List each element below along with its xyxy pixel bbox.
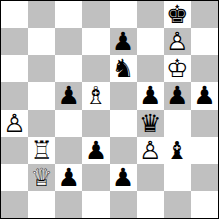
- square-e7[interactable]: ♟: [110, 28, 137, 55]
- piece-black-bishop: ♝: [166, 138, 188, 163]
- square-e2[interactable]: ♟: [110, 164, 137, 191]
- piece-white-king: ♚♔: [166, 56, 188, 81]
- square-c4[interactable]: [55, 110, 82, 137]
- square-h6[interactable]: [191, 55, 218, 82]
- square-e1[interactable]: [110, 191, 137, 218]
- piece-black-pawn: ♟: [58, 83, 80, 108]
- square-e8[interactable]: [110, 1, 137, 28]
- square-g2[interactable]: [164, 164, 191, 191]
- square-e3[interactable]: [110, 137, 137, 164]
- square-d6[interactable]: [82, 55, 109, 82]
- square-a7[interactable]: [1, 28, 28, 55]
- square-c6[interactable]: [55, 55, 82, 82]
- square-h1[interactable]: [191, 191, 218, 218]
- square-d4[interactable]: [82, 110, 109, 137]
- square-f1[interactable]: [137, 191, 164, 218]
- piece-black-king: ♚: [166, 2, 188, 27]
- square-h8[interactable]: [191, 1, 218, 28]
- piece-black-pawn: ♟: [85, 138, 107, 163]
- square-b2[interactable]: ♛♕: [28, 164, 55, 191]
- square-g5[interactable]: ♟: [164, 82, 191, 109]
- square-f5[interactable]: ♟: [137, 82, 164, 109]
- square-a6[interactable]: [1, 55, 28, 82]
- square-h4[interactable]: [191, 110, 218, 137]
- square-d2[interactable]: [82, 164, 109, 191]
- chess-board: ♚♟♟♙♞♚♔♟♝♗♟♟♟♟♙♛♜♖♟♟♙♝♛♕♟♟: [0, 0, 219, 219]
- square-e6[interactable]: ♞: [110, 55, 137, 82]
- square-b6[interactable]: [28, 55, 55, 82]
- square-b4[interactable]: [28, 110, 55, 137]
- square-f6[interactable]: [137, 55, 164, 82]
- square-h3[interactable]: [191, 137, 218, 164]
- piece-black-pawn: ♟: [112, 165, 134, 190]
- piece-white-rook: ♜♖: [30, 138, 52, 163]
- square-d8[interactable]: [82, 1, 109, 28]
- square-c8[interactable]: [55, 1, 82, 28]
- square-b5[interactable]: [28, 82, 55, 109]
- square-c3[interactable]: [55, 137, 82, 164]
- square-f8[interactable]: [137, 1, 164, 28]
- square-f7[interactable]: [137, 28, 164, 55]
- piece-white-pawn: ♟♙: [166, 29, 188, 54]
- square-g7[interactable]: ♟♙: [164, 28, 191, 55]
- square-c1[interactable]: [55, 191, 82, 218]
- square-g6[interactable]: ♚♔: [164, 55, 191, 82]
- square-b8[interactable]: [28, 1, 55, 28]
- square-c5[interactable]: ♟: [55, 82, 82, 109]
- square-a5[interactable]: [1, 82, 28, 109]
- piece-black-pawn: ♟: [58, 165, 80, 190]
- square-d5[interactable]: ♝♗: [82, 82, 109, 109]
- square-h7[interactable]: [191, 28, 218, 55]
- square-g4[interactable]: [164, 110, 191, 137]
- square-a3[interactable]: [1, 137, 28, 164]
- square-g1[interactable]: [164, 191, 191, 218]
- piece-black-pawn: ♟: [112, 29, 134, 54]
- square-g8[interactable]: ♚: [164, 1, 191, 28]
- square-d7[interactable]: [82, 28, 109, 55]
- square-a1[interactable]: [1, 191, 28, 218]
- piece-white-queen: ♛♕: [30, 165, 52, 190]
- square-f2[interactable]: [137, 164, 164, 191]
- square-h5[interactable]: ♟: [191, 82, 218, 109]
- square-a4[interactable]: ♟♙: [1, 110, 28, 137]
- square-d1[interactable]: [82, 191, 109, 218]
- square-c2[interactable]: ♟: [55, 164, 82, 191]
- square-f4[interactable]: ♛: [137, 110, 164, 137]
- piece-black-pawn: ♟: [166, 83, 188, 108]
- square-b7[interactable]: [28, 28, 55, 55]
- piece-black-queen: ♛: [139, 111, 161, 136]
- square-h2[interactable]: [191, 164, 218, 191]
- square-a8[interactable]: [1, 1, 28, 28]
- square-e5[interactable]: [110, 82, 137, 109]
- square-d3[interactable]: ♟: [82, 137, 109, 164]
- piece-black-pawn: ♟: [139, 83, 161, 108]
- piece-black-knight: ♞: [112, 56, 134, 81]
- square-g3[interactable]: ♝: [164, 137, 191, 164]
- piece-black-pawn: ♟: [193, 83, 215, 108]
- square-c7[interactable]: [55, 28, 82, 55]
- square-e4[interactable]: [110, 110, 137, 137]
- piece-white-pawn: ♟♙: [139, 138, 161, 163]
- square-f3[interactable]: ♟♙: [137, 137, 164, 164]
- square-b3[interactable]: ♜♖: [28, 137, 55, 164]
- square-b1[interactable]: [28, 191, 55, 218]
- piece-white-bishop: ♝♗: [85, 83, 107, 108]
- square-a2[interactable]: [1, 164, 28, 191]
- piece-white-pawn: ♟♙: [3, 111, 25, 136]
